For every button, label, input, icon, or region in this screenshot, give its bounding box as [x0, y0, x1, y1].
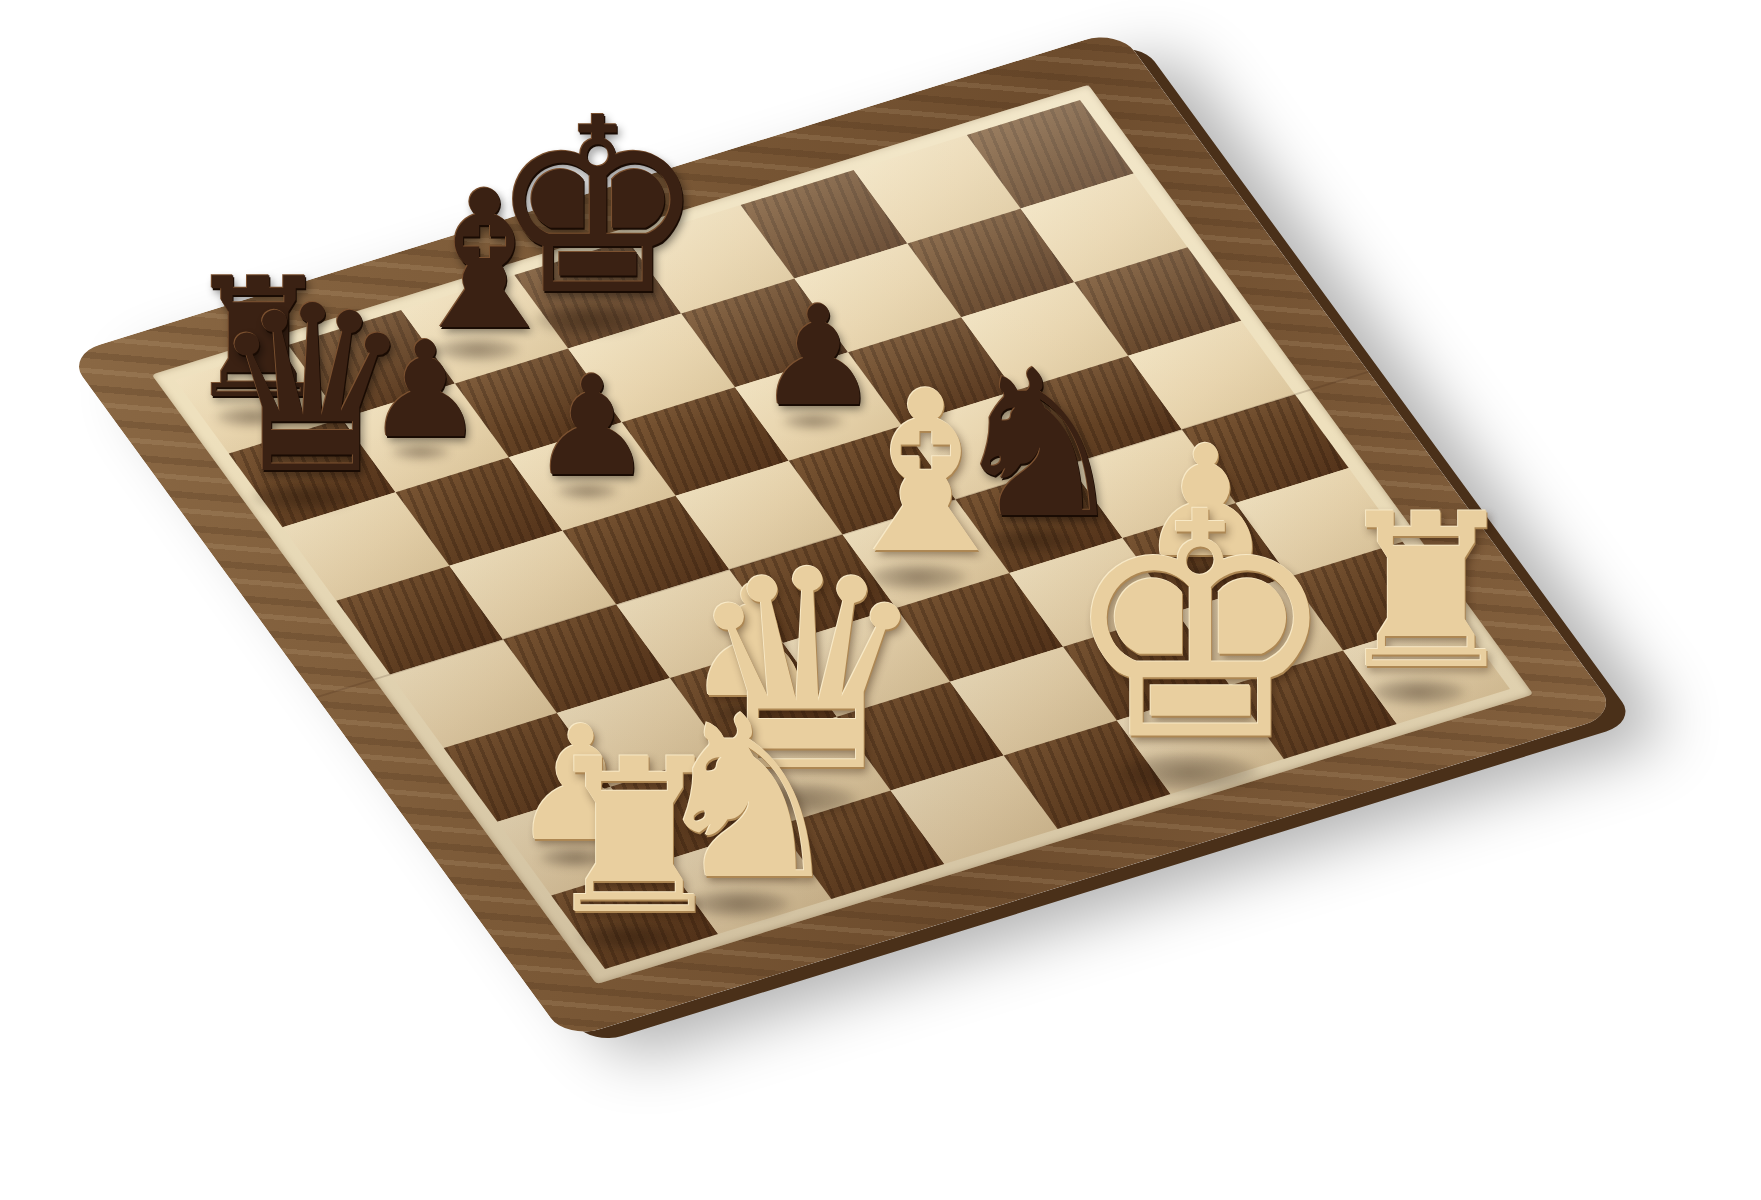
piece-glyph: ♚: [1060, 471, 1340, 783]
piece-glyph: ♟: [530, 358, 654, 496]
black-king-d8[interactable]: ♚: [489, 86, 706, 328]
black-pawn-c6[interactable]: ♟: [530, 358, 654, 496]
piece-glyph: ♟: [366, 324, 485, 457]
piece-glyph: ♚: [489, 86, 706, 328]
white-knight-b1[interactable]: ♞: [647, 687, 848, 911]
white-king-f1[interactable]: ♚: [1060, 471, 1340, 783]
piece-glyph: ♞: [647, 687, 848, 911]
piece-glyph: ♜: [1331, 486, 1522, 700]
chess-photo-stage: ♜♝♚♛♟♟♟♞♝♟♟♟♛♜♞♚♜: [0, 0, 1761, 1200]
white-rook-h1[interactable]: ♜: [1331, 486, 1522, 700]
black-pawn-b7[interactable]: ♟: [366, 324, 485, 457]
